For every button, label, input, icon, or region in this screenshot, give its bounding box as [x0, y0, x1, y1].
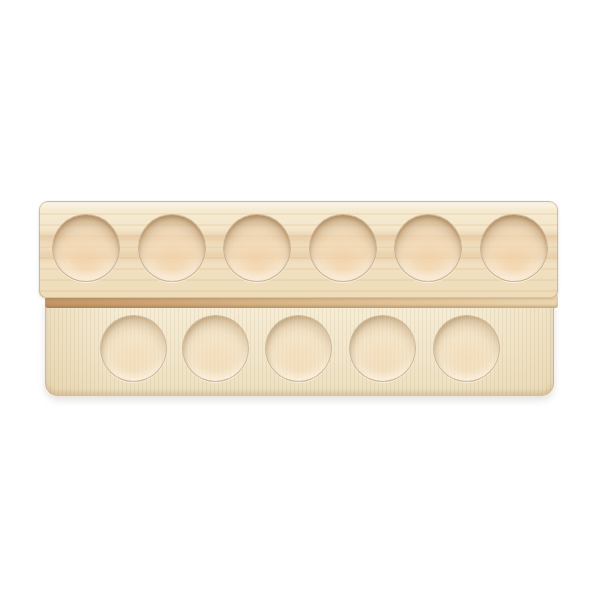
pit-bottom-1[interactable]	[100, 315, 167, 382]
pit-bottom-3[interactable]	[265, 315, 332, 382]
top-tier-board	[39, 201, 558, 298]
pit-top-5[interactable]	[394, 214, 462, 282]
mancala-board-photo	[0, 0, 600, 600]
pit-bottom-5[interactable]	[433, 315, 500, 382]
bottom-tier-board	[45, 297, 554, 396]
pit-top-3[interactable]	[223, 214, 291, 282]
pit-top-4[interactable]	[309, 214, 377, 282]
pit-top-2[interactable]	[138, 214, 206, 282]
pit-bottom-2[interactable]	[182, 315, 249, 382]
pit-top-1[interactable]	[52, 214, 120, 282]
pit-bottom-4[interactable]	[349, 315, 416, 382]
pit-top-6[interactable]	[480, 214, 548, 282]
